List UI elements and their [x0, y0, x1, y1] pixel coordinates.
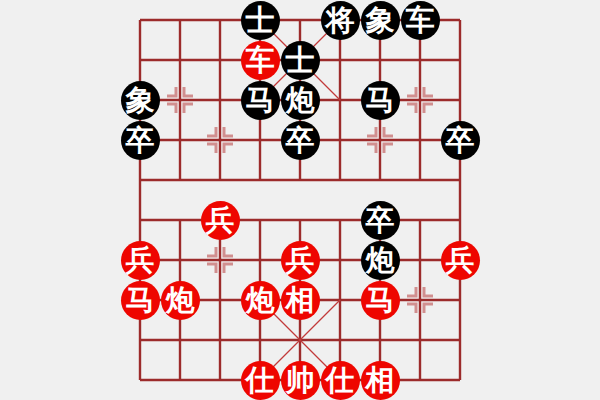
piece-red-general[interactable]: 帅	[281, 361, 320, 400]
piece-red-pawn[interactable]: 兵	[201, 201, 240, 240]
piece-black-cannon[interactable]: 炮	[281, 81, 320, 120]
piece-red-horse[interactable]: 马	[361, 281, 400, 320]
piece-red-cannon[interactable]: 炮	[241, 281, 280, 320]
piece-black-advisor[interactable]: 士	[241, 1, 280, 40]
piece-red-elephant[interactable]: 相	[361, 361, 400, 400]
piece-red-cannon[interactable]: 炮	[161, 281, 200, 320]
piece-black-advisor[interactable]: 士	[281, 41, 320, 80]
piece-red-horse[interactable]: 马	[121, 281, 160, 320]
piece-black-horse[interactable]: 马	[361, 81, 400, 120]
piece-red-advisor[interactable]: 仕	[241, 361, 280, 400]
piece-black-pawn[interactable]: 卒	[281, 121, 320, 160]
piece-black-chariot[interactable]: 车	[401, 1, 440, 40]
piece-red-chariot[interactable]: 车	[241, 41, 280, 80]
piece-black-cannon[interactable]: 炮	[361, 241, 400, 280]
piece-black-elephant[interactable]: 象	[361, 1, 400, 40]
piece-black-horse[interactable]: 马	[241, 81, 280, 120]
piece-black-pawn[interactable]: 卒	[361, 201, 400, 240]
xiangqi-pieces-grid: 士将象车车士象马炮马卒卒卒兵卒兵兵炮兵马炮炮相马仕帅仕相	[120, 0, 480, 400]
piece-black-general[interactable]: 将	[321, 1, 360, 40]
piece-red-elephant[interactable]: 相	[281, 281, 320, 320]
piece-black-pawn[interactable]: 卒	[121, 121, 160, 160]
piece-red-advisor[interactable]: 仕	[321, 361, 360, 400]
xiangqi-app-screen: 士将象车车士象马炮马卒卒卒兵卒兵兵炮兵马炮炮相马仕帅仕相	[0, 0, 600, 400]
piece-black-pawn[interactable]: 卒	[441, 121, 480, 160]
piece-black-elephant[interactable]: 象	[121, 81, 160, 120]
piece-red-pawn[interactable]: 兵	[281, 241, 320, 280]
piece-red-pawn[interactable]: 兵	[441, 241, 480, 280]
piece-red-pawn[interactable]: 兵	[121, 241, 160, 280]
